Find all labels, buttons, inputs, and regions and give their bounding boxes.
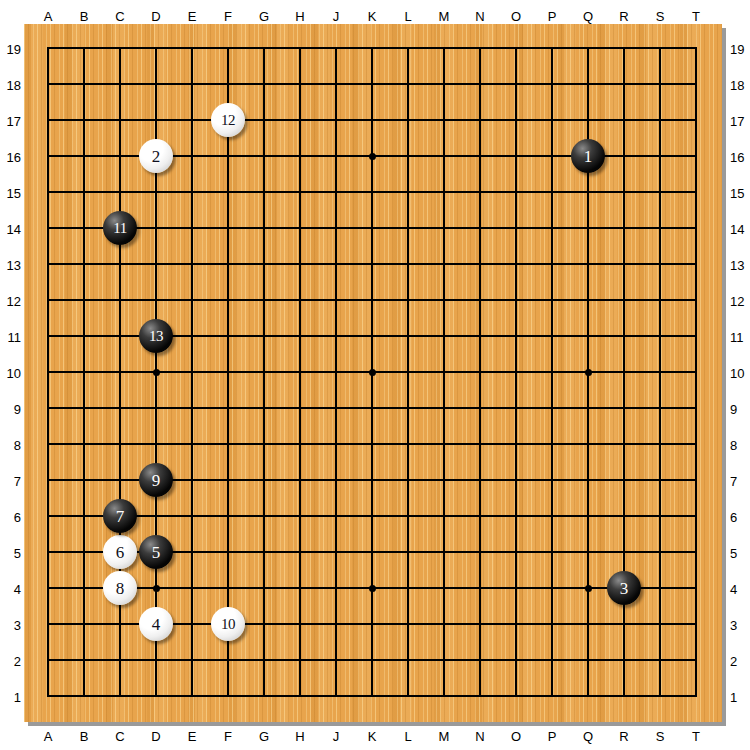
row-label-right-17: 17 bbox=[730, 115, 744, 128]
go-board[interactable] bbox=[24, 24, 722, 722]
col-label-top-A: A bbox=[44, 10, 53, 23]
col-label-bottom-Q: Q bbox=[583, 730, 593, 743]
col-label-bottom-H: H bbox=[295, 730, 304, 743]
row-label-left-13: 13 bbox=[0, 259, 21, 272]
row-label-right-1: 1 bbox=[730, 691, 737, 704]
col-label-bottom-E: E bbox=[188, 730, 197, 743]
row-label-right-16: 16 bbox=[730, 151, 744, 164]
row-label-right-13: 13 bbox=[730, 259, 744, 272]
col-label-top-L: L bbox=[404, 10, 411, 23]
row-label-right-3: 3 bbox=[730, 619, 737, 632]
row-label-left-12: 12 bbox=[0, 295, 21, 308]
row-label-left-17: 17 bbox=[0, 115, 21, 128]
col-label-top-D: D bbox=[151, 10, 160, 23]
col-label-bottom-F: F bbox=[224, 730, 232, 743]
col-label-bottom-G: G bbox=[259, 730, 269, 743]
row-label-right-5: 5 bbox=[730, 547, 737, 560]
row-label-right-9: 9 bbox=[730, 403, 737, 416]
row-label-left-15: 15 bbox=[0, 187, 21, 200]
row-label-right-2: 2 bbox=[730, 655, 737, 668]
col-label-top-R: R bbox=[619, 10, 628, 23]
row-label-left-4: 4 bbox=[0, 583, 21, 596]
col-label-top-P: P bbox=[548, 10, 557, 23]
col-label-top-K: K bbox=[368, 10, 377, 23]
row-label-right-10: 10 bbox=[730, 367, 744, 380]
row-label-left-2: 2 bbox=[0, 655, 21, 668]
row-label-right-8: 8 bbox=[730, 439, 737, 452]
row-label-right-7: 7 bbox=[730, 475, 737, 488]
row-label-right-14: 14 bbox=[730, 223, 744, 236]
col-label-top-H: H bbox=[295, 10, 304, 23]
col-label-top-C: C bbox=[115, 10, 124, 23]
col-label-top-E: E bbox=[188, 10, 197, 23]
col-label-bottom-J: J bbox=[333, 730, 340, 743]
col-label-top-G: G bbox=[259, 10, 269, 23]
go-board-page: 12345678910111213 ABCDEFGHJKLMNOPQRST AB… bbox=[0, 0, 750, 750]
col-label-top-O: O bbox=[511, 10, 521, 23]
col-label-bottom-N: N bbox=[475, 730, 484, 743]
row-label-left-10: 10 bbox=[0, 367, 21, 380]
row-label-right-6: 6 bbox=[730, 511, 737, 524]
col-label-bottom-L: L bbox=[404, 730, 411, 743]
row-label-left-7: 7 bbox=[0, 475, 21, 488]
col-label-top-F: F bbox=[224, 10, 232, 23]
col-label-bottom-C: C bbox=[115, 730, 124, 743]
row-label-left-5: 5 bbox=[0, 547, 21, 560]
row-label-right-4: 4 bbox=[730, 583, 737, 596]
row-label-left-6: 6 bbox=[0, 511, 21, 524]
row-label-left-1: 1 bbox=[0, 691, 21, 704]
row-label-left-8: 8 bbox=[0, 439, 21, 452]
col-label-bottom-K: K bbox=[368, 730, 377, 743]
row-label-right-19: 19 bbox=[730, 43, 744, 56]
row-label-right-18: 18 bbox=[730, 79, 744, 92]
col-label-bottom-T: T bbox=[692, 730, 700, 743]
col-label-top-T: T bbox=[692, 10, 700, 23]
col-label-bottom-B: B bbox=[80, 730, 89, 743]
row-label-left-18: 18 bbox=[0, 79, 21, 92]
row-label-left-11: 11 bbox=[0, 331, 21, 344]
row-label-left-16: 16 bbox=[0, 151, 21, 164]
row-label-right-11: 11 bbox=[730, 331, 744, 344]
col-label-top-S: S bbox=[656, 10, 665, 23]
col-label-top-Q: Q bbox=[583, 10, 593, 23]
col-label-bottom-R: R bbox=[619, 730, 628, 743]
col-label-top-N: N bbox=[475, 10, 484, 23]
col-label-top-M: M bbox=[439, 10, 450, 23]
col-label-bottom-A: A bbox=[44, 730, 53, 743]
row-label-left-3: 3 bbox=[0, 619, 21, 632]
row-label-left-19: 19 bbox=[0, 43, 21, 56]
col-label-bottom-S: S bbox=[656, 730, 665, 743]
col-label-top-J: J bbox=[333, 10, 340, 23]
col-label-bottom-P: P bbox=[548, 730, 557, 743]
col-label-top-B: B bbox=[80, 10, 89, 23]
row-label-right-15: 15 bbox=[730, 187, 744, 200]
col-label-bottom-O: O bbox=[511, 730, 521, 743]
row-label-left-14: 14 bbox=[0, 223, 21, 236]
col-label-bottom-M: M bbox=[439, 730, 450, 743]
row-label-right-12: 12 bbox=[730, 295, 744, 308]
col-label-bottom-D: D bbox=[151, 730, 160, 743]
row-label-left-9: 9 bbox=[0, 403, 21, 416]
